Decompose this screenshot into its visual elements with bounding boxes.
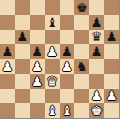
chess-board: ♚♝♟♟♛♟♟♟♟♟♟♟♟♟♞♟♛♟♟♝♝♚ bbox=[0, 0, 120, 119]
square-f2[interactable] bbox=[74, 89, 89, 104]
square-h4[interactable] bbox=[104, 59, 119, 74]
square-d1[interactable]: ♝ bbox=[45, 103, 60, 118]
square-h7[interactable] bbox=[104, 15, 119, 30]
square-a5[interactable]: ♟ bbox=[0, 44, 15, 59]
square-f5[interactable] bbox=[74, 44, 89, 59]
white-pawn: ♟ bbox=[2, 59, 14, 72]
square-d5[interactable]: ♟ bbox=[45, 44, 60, 59]
black-pawn: ♟ bbox=[106, 30, 118, 43]
square-g2[interactable]: ♟ bbox=[89, 89, 104, 104]
white-king: ♚ bbox=[91, 104, 103, 117]
square-b4[interactable] bbox=[15, 59, 30, 74]
square-b8[interactable] bbox=[15, 0, 30, 15]
square-e4[interactable]: ♟ bbox=[60, 59, 75, 74]
square-d3[interactable]: ♛ bbox=[45, 74, 60, 89]
square-d4[interactable] bbox=[45, 59, 60, 74]
square-c8[interactable] bbox=[30, 0, 45, 15]
black-king: ♚ bbox=[76, 0, 88, 13]
square-g1[interactable]: ♚ bbox=[89, 103, 104, 118]
white-bishop: ♝ bbox=[61, 104, 73, 117]
square-h3[interactable] bbox=[104, 74, 119, 89]
white-pawn: ♟ bbox=[106, 89, 118, 102]
square-a3[interactable] bbox=[0, 74, 15, 89]
square-c1[interactable] bbox=[30, 103, 45, 118]
square-f3[interactable] bbox=[74, 74, 89, 89]
square-b7[interactable] bbox=[15, 15, 30, 30]
square-a1[interactable] bbox=[0, 103, 15, 118]
square-g5[interactable]: ♟ bbox=[89, 44, 104, 59]
square-c2[interactable] bbox=[30, 89, 45, 104]
square-a4[interactable]: ♟ bbox=[0, 59, 15, 74]
square-b3[interactable] bbox=[15, 74, 30, 89]
square-f4[interactable]: ♞ bbox=[74, 59, 89, 74]
square-d8[interactable] bbox=[45, 0, 60, 15]
square-h2[interactable]: ♟ bbox=[104, 89, 119, 104]
square-g6[interactable]: ♛ bbox=[89, 30, 104, 45]
black-knight: ♞ bbox=[76, 59, 88, 72]
square-e2[interactable] bbox=[60, 89, 75, 104]
square-a7[interactable] bbox=[0, 15, 15, 30]
square-a8[interactable] bbox=[0, 0, 15, 15]
square-c5[interactable]: ♟ bbox=[30, 44, 45, 59]
white-pawn: ♟ bbox=[61, 59, 73, 72]
black-pawn: ♟ bbox=[61, 45, 73, 58]
square-g7[interactable]: ♟ bbox=[89, 15, 104, 30]
square-b6[interactable]: ♟ bbox=[15, 30, 30, 45]
white-pawn: ♟ bbox=[31, 74, 43, 87]
square-f8[interactable]: ♚ bbox=[74, 0, 89, 15]
square-c6[interactable] bbox=[30, 30, 45, 45]
square-f1[interactable] bbox=[74, 103, 89, 118]
square-d2[interactable] bbox=[45, 89, 60, 104]
square-b2[interactable] bbox=[15, 89, 30, 104]
square-h1[interactable] bbox=[104, 103, 119, 118]
square-f6[interactable] bbox=[74, 30, 89, 45]
square-c3[interactable]: ♟ bbox=[30, 74, 45, 89]
square-e8[interactable] bbox=[60, 0, 75, 15]
white-queen: ♛ bbox=[46, 74, 58, 87]
square-a6[interactable] bbox=[0, 30, 15, 45]
square-b5[interactable] bbox=[15, 44, 30, 59]
square-e7[interactable] bbox=[60, 15, 75, 30]
square-e6[interactable] bbox=[60, 30, 75, 45]
black-queen: ♛ bbox=[91, 30, 103, 43]
white-pawn: ♟ bbox=[31, 59, 43, 72]
white-pawn: ♟ bbox=[91, 89, 103, 102]
black-pawn: ♟ bbox=[31, 45, 43, 58]
square-d6[interactable] bbox=[45, 30, 60, 45]
square-g3[interactable] bbox=[89, 74, 104, 89]
black-pawn: ♟ bbox=[91, 45, 103, 58]
white-pawn: ♟ bbox=[46, 45, 58, 58]
square-b1[interactable] bbox=[15, 103, 30, 118]
square-e1[interactable]: ♝ bbox=[60, 103, 75, 118]
square-e5[interactable]: ♟ bbox=[60, 44, 75, 59]
square-g8[interactable] bbox=[89, 0, 104, 15]
square-h6[interactable]: ♟ bbox=[104, 30, 119, 45]
square-h8[interactable] bbox=[104, 0, 119, 15]
black-bishop: ♝ bbox=[46, 15, 58, 28]
square-f7[interactable] bbox=[74, 15, 89, 30]
square-c4[interactable]: ♟ bbox=[30, 59, 45, 74]
square-h5[interactable] bbox=[104, 44, 119, 59]
black-pawn: ♟ bbox=[2, 45, 14, 58]
white-bishop: ♝ bbox=[46, 104, 58, 117]
square-g4[interactable] bbox=[89, 59, 104, 74]
black-pawn: ♟ bbox=[91, 15, 103, 28]
square-e3[interactable] bbox=[60, 74, 75, 89]
square-c7[interactable] bbox=[30, 15, 45, 30]
square-d7[interactable]: ♝ bbox=[45, 15, 60, 30]
square-a2[interactable] bbox=[0, 89, 15, 104]
black-pawn: ♟ bbox=[16, 30, 28, 43]
